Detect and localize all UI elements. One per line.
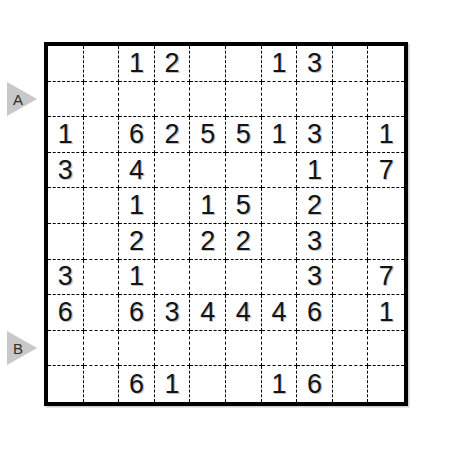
cell-r2c10[interactable] [368, 82, 404, 118]
cell-r6c10[interactable] [368, 224, 404, 260]
clue-number: 3 [58, 157, 73, 184]
cell-r3c9[interactable] [333, 117, 369, 153]
clue-number: 2 [165, 50, 180, 77]
cell-r10c10[interactable] [368, 366, 404, 402]
cell-r9c3[interactable] [119, 331, 155, 367]
cell-r7c3[interactable]: 1 [119, 260, 155, 296]
clue-number: 3 [307, 121, 322, 148]
cell-r7c2[interactable] [84, 260, 120, 296]
cell-r8c4[interactable]: 3 [155, 295, 191, 331]
cell-r4c5[interactable] [190, 153, 226, 189]
cell-r9c6[interactable] [226, 331, 262, 367]
cell-r3c3[interactable]: 6 [119, 117, 155, 153]
clue-number: 2 [165, 121, 180, 148]
cell-r4c1[interactable]: 3 [48, 153, 84, 189]
cell-r9c8[interactable] [297, 331, 333, 367]
clue-number: 1 [379, 299, 394, 326]
clue-number: 3 [165, 299, 180, 326]
clue-number: 2 [129, 228, 144, 255]
cell-r4c4[interactable] [155, 153, 191, 189]
cell-r2c8[interactable] [297, 82, 333, 118]
puzzle-grid: 1213162551313417115222233137663444616116 [48, 46, 404, 402]
cell-r10c1[interactable] [48, 366, 84, 402]
cell-r4c9[interactable] [333, 153, 369, 189]
cell-r5c8[interactable]: 2 [297, 188, 333, 224]
cell-r7c10[interactable]: 7 [368, 260, 404, 296]
cell-r8c10[interactable]: 1 [368, 295, 404, 331]
cell-r9c9[interactable] [333, 331, 369, 367]
clue-number: 3 [307, 263, 322, 290]
cell-r5c7[interactable] [262, 188, 298, 224]
cell-r10c6[interactable] [226, 366, 262, 402]
cell-r10c7[interactable]: 1 [262, 366, 298, 402]
cell-r8c8[interactable]: 6 [297, 295, 333, 331]
clue-number: 1 [271, 50, 286, 77]
cell-r1c3[interactable]: 1 [119, 46, 155, 82]
cell-r1c2[interactable] [84, 46, 120, 82]
clue-number: 6 [129, 299, 144, 326]
cell-r5c1[interactable] [48, 188, 84, 224]
cell-r8c1[interactable]: 6 [48, 295, 84, 331]
cell-r6c7[interactable] [262, 224, 298, 260]
cell-r9c4[interactable] [155, 331, 191, 367]
cell-r9c5[interactable] [190, 331, 226, 367]
cell-r7c6[interactable] [226, 260, 262, 296]
cell-r3c8[interactable]: 3 [297, 117, 333, 153]
cell-r1c9[interactable] [333, 46, 369, 82]
puzzle-page: A B 121316255131341711522223313766344461… [0, 0, 455, 453]
cell-r3c1[interactable]: 1 [48, 117, 84, 153]
cell-r8c3[interactable]: 6 [119, 295, 155, 331]
cell-r2c1[interactable] [48, 82, 84, 118]
cell-r5c3[interactable]: 1 [119, 188, 155, 224]
cell-r1c5[interactable] [190, 46, 226, 82]
cell-r3c4[interactable]: 2 [155, 117, 191, 153]
cell-r2c5[interactable] [190, 82, 226, 118]
clue-number: 6 [307, 371, 322, 398]
cell-r7c4[interactable] [155, 260, 191, 296]
cell-r4c2[interactable] [84, 153, 120, 189]
cell-r9c1[interactable] [48, 331, 84, 367]
answer-row-marker-b: B [7, 331, 37, 365]
cell-r10c9[interactable] [333, 366, 369, 402]
cell-r5c9[interactable] [333, 188, 369, 224]
cell-r10c5[interactable] [190, 366, 226, 402]
cell-r10c4[interactable]: 1 [155, 366, 191, 402]
cell-r9c2[interactable] [84, 331, 120, 367]
cell-r5c5[interactable]: 1 [190, 188, 226, 224]
cell-r4c10[interactable]: 7 [368, 153, 404, 189]
cell-r7c7[interactable] [262, 260, 298, 296]
cell-r6c1[interactable] [48, 224, 84, 260]
cell-r2c9[interactable] [333, 82, 369, 118]
clue-number: 6 [307, 299, 322, 326]
clue-number: 1 [271, 121, 286, 148]
cell-r6c3[interactable]: 2 [119, 224, 155, 260]
cell-r3c2[interactable] [84, 117, 120, 153]
marker-label-b: B [9, 331, 27, 365]
cell-r4c6[interactable] [226, 153, 262, 189]
cell-r6c8[interactable]: 3 [297, 224, 333, 260]
clue-number: 3 [307, 228, 322, 255]
cell-r1c4[interactable]: 2 [155, 46, 191, 82]
cell-r1c6[interactable] [226, 46, 262, 82]
clue-number: 1 [307, 157, 322, 184]
clue-number: 1 [379, 121, 394, 148]
cell-r9c10[interactable] [368, 331, 404, 367]
clue-number: 6 [58, 299, 73, 326]
cell-r8c9[interactable] [333, 295, 369, 331]
cell-r8c5[interactable]: 4 [190, 295, 226, 331]
cell-r10c3[interactable]: 6 [119, 366, 155, 402]
cell-r8c2[interactable] [84, 295, 120, 331]
clue-number: 1 [165, 371, 180, 398]
marker-label-a: A [9, 82, 27, 116]
cell-r6c9[interactable] [333, 224, 369, 260]
cell-r8c7[interactable]: 4 [262, 295, 298, 331]
cell-r2c4[interactable] [155, 82, 191, 118]
cell-r7c1[interactable]: 3 [48, 260, 84, 296]
cell-r9c7[interactable] [262, 331, 298, 367]
clue-number: 4 [236, 299, 251, 326]
clue-number: 1 [271, 371, 286, 398]
clue-number: 4 [200, 299, 215, 326]
clue-number: 7 [379, 157, 394, 184]
clue-number: 3 [58, 263, 73, 290]
cell-r5c4[interactable] [155, 188, 191, 224]
cell-r8c6[interactable]: 4 [226, 295, 262, 331]
cell-r10c2[interactable] [84, 366, 120, 402]
clue-number: 3 [307, 50, 322, 77]
cell-r5c2[interactable] [84, 188, 120, 224]
cell-r6c2[interactable] [84, 224, 120, 260]
clue-number: 5 [200, 121, 215, 148]
cell-r3c10[interactable]: 1 [368, 117, 404, 153]
clue-number: 2 [200, 228, 215, 255]
clue-number: 7 [379, 263, 394, 290]
clue-number: 1 [129, 263, 144, 290]
cell-r4c8[interactable]: 1 [297, 153, 333, 189]
cell-r1c1[interactable] [48, 46, 84, 82]
cell-r7c9[interactable] [333, 260, 369, 296]
cell-r1c10[interactable] [368, 46, 404, 82]
cell-r7c5[interactable] [190, 260, 226, 296]
clue-number: 2 [307, 192, 322, 219]
clue-number: 1 [200, 192, 215, 219]
cell-r2c7[interactable] [262, 82, 298, 118]
cell-r7c8[interactable]: 3 [297, 260, 333, 296]
cell-r1c8[interactable]: 3 [297, 46, 333, 82]
puzzle-board: 1213162551313417115222233137663444616116 [44, 42, 408, 406]
cell-r4c3[interactable]: 4 [119, 153, 155, 189]
cell-r5c6[interactable]: 5 [226, 188, 262, 224]
cell-r2c6[interactable] [226, 82, 262, 118]
cell-r3c7[interactable]: 1 [262, 117, 298, 153]
answer-row-marker-a: A [7, 82, 37, 116]
cell-r1c7[interactable]: 1 [262, 46, 298, 82]
clue-number: 5 [236, 121, 251, 148]
clue-number: 5 [236, 192, 251, 219]
cell-r2c3[interactable] [119, 82, 155, 118]
cell-r10c8[interactable]: 6 [297, 366, 333, 402]
clue-number: 4 [129, 157, 144, 184]
cell-r6c6[interactable]: 2 [226, 224, 262, 260]
cell-r6c5[interactable]: 2 [190, 224, 226, 260]
cell-r4c7[interactable] [262, 153, 298, 189]
cell-r3c6[interactable]: 5 [226, 117, 262, 153]
clue-number: 6 [129, 121, 144, 148]
cell-r3c5[interactable]: 5 [190, 117, 226, 153]
clue-number: 2 [236, 228, 251, 255]
cell-r6c4[interactable] [155, 224, 191, 260]
clue-number: 4 [271, 299, 286, 326]
cell-r5c10[interactable] [368, 188, 404, 224]
clue-number: 1 [129, 50, 144, 77]
clue-number: 6 [129, 371, 144, 398]
clue-number: 1 [129, 192, 144, 219]
cell-r2c2[interactable] [84, 82, 120, 118]
clue-number: 1 [58, 121, 73, 148]
